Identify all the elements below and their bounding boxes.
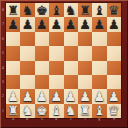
- white-pawn: ♟: [7, 90, 19, 103]
- square-d6[interactable]: [49, 32, 63, 46]
- white-bishop: ♝: [50, 104, 62, 117]
- square-c7[interactable]: ♟: [35, 17, 49, 31]
- square-h6[interactable]: [107, 32, 121, 46]
- black-pawn: ♟: [94, 18, 106, 31]
- square-e2[interactable]: ♟: [64, 89, 78, 103]
- white-queen: ♛: [108, 104, 120, 117]
- square-a6[interactable]: [6, 32, 20, 46]
- square-g3[interactable]: [92, 75, 106, 89]
- square-f1[interactable]: ♜: [78, 104, 92, 118]
- square-g5[interactable]: [92, 46, 106, 60]
- white-rook: ♜: [7, 104, 19, 117]
- square-b1[interactable]: ♞: [20, 104, 34, 118]
- square-f5[interactable]: [78, 46, 92, 60]
- rank-label-1: 1: [2, 108, 5, 114]
- square-d3[interactable]: [49, 75, 63, 89]
- black-knight: ♞: [65, 4, 77, 17]
- square-a1[interactable]: ♜: [6, 104, 20, 118]
- black-bishop: ♝: [94, 4, 106, 17]
- square-g7[interactable]: ♟: [92, 17, 106, 31]
- square-e3[interactable]: [64, 75, 78, 89]
- square-h2[interactable]: ♟: [107, 89, 121, 103]
- square-h3[interactable]: [107, 75, 121, 89]
- square-e6[interactable]: [64, 32, 78, 46]
- white-pawn: ♟: [94, 90, 106, 103]
- black-bishop: ♝: [50, 4, 62, 17]
- black-king: ♚: [36, 4, 48, 17]
- white-knight: ♞: [22, 104, 34, 117]
- square-f6[interactable]: [78, 32, 92, 46]
- white-knight: ♞: [65, 104, 77, 117]
- square-e4[interactable]: [64, 61, 78, 75]
- square-g1[interactable]: ♝: [92, 104, 106, 118]
- square-c5[interactable]: [35, 46, 49, 60]
- black-rook: ♜: [7, 4, 19, 17]
- square-e7[interactable]: ♟: [64, 17, 78, 31]
- square-c4[interactable]: [35, 61, 49, 75]
- square-c3[interactable]: [35, 75, 49, 89]
- square-f4[interactable]: [78, 61, 92, 75]
- white-pawn: ♟: [108, 90, 120, 103]
- rank-label-5: 5: [2, 50, 5, 56]
- black-queen: ♛: [108, 4, 120, 17]
- square-b8[interactable]: ♞: [20, 3, 34, 17]
- white-pawn: ♟: [50, 90, 62, 103]
- rank-label-6: 6: [2, 36, 5, 42]
- square-h4[interactable]: [107, 61, 121, 75]
- white-bishop: ♝: [94, 104, 106, 117]
- black-pawn: ♟: [50, 18, 62, 31]
- square-e5[interactable]: [64, 46, 78, 60]
- square-d7[interactable]: ♟: [49, 17, 63, 31]
- square-d1[interactable]: ♝: [49, 104, 63, 118]
- square-b2[interactable]: ♟: [20, 89, 34, 103]
- square-g4[interactable]: [92, 61, 106, 75]
- black-pawn: ♟: [65, 18, 77, 31]
- square-c8[interactable]: ♚: [35, 3, 49, 17]
- square-b5[interactable]: [20, 46, 34, 60]
- square-c6[interactable]: [35, 32, 49, 46]
- square-a8[interactable]: ♜: [6, 3, 20, 17]
- square-e1[interactable]: ♞: [64, 104, 78, 118]
- square-e8[interactable]: ♞: [64, 3, 78, 17]
- square-f2[interactable]: ♟: [78, 89, 92, 103]
- square-h1[interactable]: ♛: [107, 104, 121, 118]
- square-h5[interactable]: [107, 46, 121, 60]
- square-d5[interactable]: [49, 46, 63, 60]
- file-coordinates: abcdefgh: [6, 117, 121, 126]
- square-c2[interactable]: ♟: [35, 89, 49, 103]
- white-pawn: ♟: [65, 90, 77, 103]
- square-d2[interactable]: ♟: [49, 89, 63, 103]
- black-pawn: ♟: [108, 18, 120, 31]
- square-b3[interactable]: [20, 75, 34, 89]
- black-pawn: ♟: [36, 18, 48, 31]
- square-h7[interactable]: ♟: [107, 17, 121, 31]
- square-d8[interactable]: ♝: [49, 3, 63, 17]
- square-a4[interactable]: [6, 61, 20, 75]
- black-knight: ♞: [22, 4, 34, 17]
- square-c1[interactable]: ♚: [35, 104, 49, 118]
- rank-label-4: 4: [2, 64, 5, 70]
- black-rook: ♜: [79, 4, 91, 17]
- chess-app-window: ♜♞♚♝♞♜♝♛♟♟♟♟♟♟♟♟♟♟♟♟♟♟♟♟♜♞♚♝♞♜♝♛ abcdefg…: [0, 0, 128, 128]
- square-a5[interactable]: [6, 46, 20, 60]
- square-a3[interactable]: [6, 75, 20, 89]
- square-b6[interactable]: [20, 32, 34, 46]
- white-pawn: ♟: [79, 90, 91, 103]
- white-king: ♚: [36, 104, 48, 117]
- square-g2[interactable]: ♟: [92, 89, 106, 103]
- rank-label-8: 8: [2, 7, 5, 13]
- square-g8[interactable]: ♝: [92, 3, 106, 17]
- square-f3[interactable]: [78, 75, 92, 89]
- board: ♜♞♚♝♞♜♝♛♟♟♟♟♟♟♟♟♟♟♟♟♟♟♟♟♜♞♚♝♞♜♝♛: [6, 3, 121, 118]
- square-b7[interactable]: ♟: [20, 17, 34, 31]
- square-f8[interactable]: ♜: [78, 3, 92, 17]
- square-b4[interactable]: [20, 61, 34, 75]
- black-pawn: ♟: [22, 18, 34, 31]
- square-f7[interactable]: ♟: [78, 17, 92, 31]
- square-a2[interactable]: ♟: [6, 89, 20, 103]
- square-d4[interactable]: [49, 61, 63, 75]
- white-rook: ♜: [79, 104, 91, 117]
- rank-label-3: 3: [2, 79, 5, 85]
- rank-label-2: 2: [2, 93, 5, 99]
- black-pawn: ♟: [7, 18, 19, 31]
- rank-label-7: 7: [2, 21, 5, 27]
- black-pawn: ♟: [79, 18, 91, 31]
- white-pawn: ♟: [36, 90, 48, 103]
- square-h8[interactable]: ♛: [107, 3, 121, 17]
- square-a7[interactable]: ♟: [6, 17, 20, 31]
- white-pawn: ♟: [22, 90, 34, 103]
- square-g6[interactable]: [92, 32, 106, 46]
